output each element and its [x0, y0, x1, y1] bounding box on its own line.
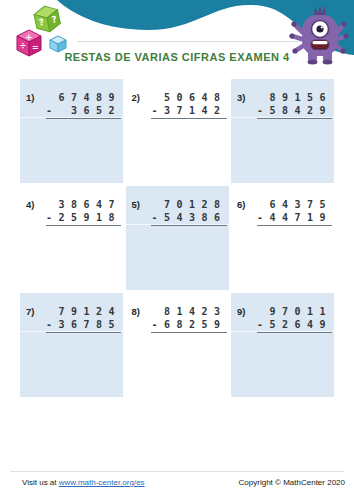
green-die-icon: ? ?	[33, 4, 62, 34]
problem-card: 7) 79124 -36785	[20, 293, 123, 397]
minuend: 64375	[257, 198, 332, 211]
problem-number: 1)	[26, 92, 34, 103]
subtrahend-with-underline: -25918	[46, 211, 121, 226]
blue-die-icon	[50, 36, 66, 52]
minuend: 81423	[151, 305, 226, 318]
subtrahend-with-underline: -54386	[151, 211, 226, 226]
problem-card: 2) 50648 -37142	[126, 79, 229, 183]
problem-number: 5)	[132, 199, 140, 210]
subtraction-problem: 67489 - 3652	[46, 91, 121, 119]
footer-divider	[10, 471, 344, 472]
svg-text:÷: ÷	[20, 42, 27, 51]
problem-card: 3) 89156 -58429	[231, 79, 334, 183]
minuend: 97011	[257, 305, 332, 318]
subtraction-problem: 70128 -54386	[151, 198, 226, 226]
subtraction-problem: 50648 -37142	[151, 91, 226, 119]
minuend: 38647	[46, 198, 121, 211]
subtraction-problem: 97011 -52649	[257, 305, 332, 333]
problem-number: 4)	[26, 199, 34, 210]
subtrahend-with-underline: -58429	[257, 104, 332, 119]
problem-card: 4) 38647 -25918	[20, 186, 123, 290]
minuend: 70128	[151, 198, 226, 211]
minuend: 67489	[46, 91, 121, 104]
problem-card: 8) 81423 -68259	[126, 293, 229, 397]
visit-label: Visit us at	[22, 478, 57, 487]
minuend: 50648	[151, 91, 226, 104]
problems-grid: 1) 67489 - 3652 2) 50648 -37142 3) 89156…	[20, 79, 334, 397]
worksheet-page: ? ? + ÷ =	[0, 0, 354, 500]
subtrahend-with-underline: -52649	[257, 318, 332, 333]
subtrahend-with-underline: - 3652	[46, 104, 121, 119]
subtraction-problem: 64375 -44719	[257, 198, 332, 226]
problem-number: 9)	[237, 306, 245, 317]
minuend: 89156	[257, 91, 332, 104]
problem-number: 3)	[237, 92, 245, 103]
problem-card: 6) 64375 -44719	[231, 186, 334, 290]
page-title: RESTAS DE VARIAS CIFRAS EXAMEN 4	[0, 51, 354, 63]
header-divider-line	[77, 41, 301, 42]
subtraction-problem: 89156 -58429	[257, 91, 332, 119]
subtrahend-with-underline: -44719	[257, 211, 332, 226]
subtrahend-with-underline: -68259	[151, 318, 226, 333]
footer-copyright: Copyright © MathCenter 2020	[239, 478, 345, 487]
footer-visit: Visit us at www.math-center.org/es	[22, 478, 145, 487]
subtrahend-with-underline: -36785	[46, 318, 121, 333]
subtraction-problem: 38647 -25918	[46, 198, 121, 226]
subtraction-problem: 81423 -68259	[151, 305, 226, 333]
problem-card: 5) 70128 -54386	[126, 186, 229, 290]
minuend: 79124	[46, 305, 121, 318]
math-center-link[interactable]: www.math-center.org/es	[59, 478, 145, 487]
problem-card: 9) 97011 -52649	[231, 293, 334, 397]
subtraction-problem: 79124 -36785	[46, 305, 121, 333]
svg-text:+: +	[25, 32, 33, 42]
problem-number: 8)	[132, 306, 140, 317]
problem-card: 1) 67489 - 3652	[20, 79, 123, 183]
subtrahend-with-underline: -37142	[151, 104, 226, 119]
problem-number: 6)	[237, 199, 245, 210]
problem-number: 7)	[26, 306, 34, 317]
problem-number: 2)	[132, 92, 140, 103]
